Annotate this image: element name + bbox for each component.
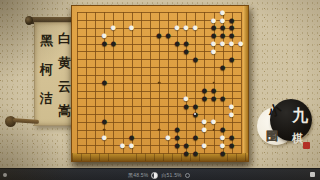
white-winrate-label: 白51.5% [161, 172, 181, 178]
play-icon[interactable] [3, 173, 7, 177]
winrate-knob-icon[interactable] [151, 172, 158, 179]
black-stone: ● [100, 79, 109, 87]
player-control-bar: 黑48.5% 白51.5% [0, 168, 320, 180]
white-player-char: 嵩 [58, 102, 71, 120]
white-stone: ● [209, 48, 218, 56]
logo-char-wei: 围 [266, 130, 278, 142]
black-stone: ● [182, 149, 191, 157]
white-stone: ● [182, 24, 191, 32]
white-stone: ● [227, 110, 236, 118]
white-stone: ● [200, 141, 209, 149]
white-player-char: 黄 [58, 54, 71, 72]
white-stone: ● [127, 141, 136, 149]
black-player-char: 洁 [40, 90, 53, 108]
white-stone: ● [218, 40, 227, 48]
white-stone: ● [191, 24, 200, 32]
white-stone: ● [209, 118, 218, 126]
black-stone: ● [182, 48, 191, 56]
black-stone: ● [173, 40, 182, 48]
black-stone: ● [182, 102, 191, 110]
black-stone: ● [154, 32, 163, 40]
black-stone: ● [209, 95, 218, 103]
black-stone: ● [218, 149, 227, 157]
logo-red-seal [303, 142, 310, 149]
black-stone: ● [227, 141, 236, 149]
winrate-control: 黑48.5% 白51.5% [128, 169, 190, 180]
black-stone: ● [191, 149, 200, 157]
logo-char-nine: 九 [292, 108, 308, 124]
stop-icon[interactable] [310, 172, 315, 177]
white-player-column: 白黄云嵩 [58, 30, 71, 120]
logo-char-qi: 棋 [292, 133, 303, 144]
white-stone: ● [227, 40, 236, 48]
black-stone: ● [100, 118, 109, 126]
black-stone: ● [191, 134, 200, 142]
white-stone: ● [109, 24, 118, 32]
board-stones-layer[interactable]: ●●●●●●●●●●●●●●●●●●●●●●●●●●●●●●●●●●●●●●●●… [73, 8, 246, 157]
white-player-char: 云 [58, 78, 71, 96]
black-winrate-label: 黑48.5% [128, 172, 148, 178]
channel-logo: 小 九 围 棋 [256, 96, 318, 162]
black-stone: ● [163, 32, 172, 40]
white-stone: ● [100, 134, 109, 142]
info-badge-icon[interactable] [185, 173, 190, 178]
black-stone: ● [191, 110, 200, 118]
white-stone: ● [118, 141, 127, 149]
white-stone: ● [200, 126, 209, 134]
white-stone: ● [163, 134, 172, 142]
black-stone: ● [191, 55, 200, 63]
white-stone: ● [127, 24, 136, 32]
white-stone: ● [173, 24, 182, 32]
white-player-char: 白 [58, 30, 71, 48]
black-stone: ● [100, 40, 109, 48]
black-stone: ● [200, 95, 209, 103]
player-name-scroll: 白黄云嵩 黑柯洁 [34, 22, 76, 126]
black-stone: ● [218, 63, 227, 71]
go-board[interactable]: ●●●●●●●●●●●●●●●●●●●●●●●●●●●●●●●●●●●●●●●●… [71, 5, 249, 162]
black-stone: ● [109, 40, 118, 48]
black-player-char: 柯 [40, 61, 53, 79]
black-player-char: 黑 [40, 32, 53, 50]
white-stone: ● [236, 40, 245, 48]
black-stone: ● [227, 55, 236, 63]
black-player-column: 黑柯洁 [40, 32, 53, 108]
black-stone: ● [173, 141, 182, 149]
scroll-bottom-rod [13, 118, 39, 124]
last-move-marker [194, 113, 196, 115]
video-frame: 白黄云嵩 黑柯洁 ●●●●●●●●●●●●●●●●●●●●●●●●●●●●●●●… [0, 0, 320, 180]
black-stone: ● [218, 95, 227, 103]
scroll-roller-knob-left [25, 16, 33, 25]
